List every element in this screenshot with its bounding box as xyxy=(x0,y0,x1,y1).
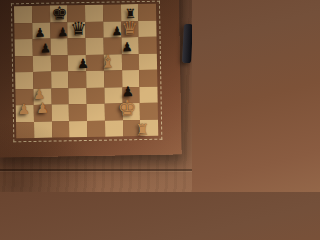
piece-white-rook-h1[interactable]: ♜ xyxy=(133,121,151,138)
piece-white-bishop-f5[interactable]: ♝ xyxy=(99,54,117,71)
square-b1[interactable] xyxy=(34,121,52,138)
square-h5[interactable] xyxy=(139,53,157,70)
square-c2[interactable] xyxy=(51,104,69,121)
square-h7[interactable] xyxy=(139,20,157,37)
square-f8[interactable] xyxy=(103,4,121,21)
piece-black-king-c8[interactable]: ♚ xyxy=(50,5,68,22)
table-plank-seam xyxy=(0,169,192,171)
square-f1[interactable] xyxy=(105,120,123,137)
square-a5[interactable] xyxy=(15,55,33,72)
square-e7[interactable] xyxy=(85,21,103,38)
piece-white-king-g2[interactable]: ♚ xyxy=(118,102,136,119)
piece-black-pawn-d5[interactable]: ♟ xyxy=(74,53,92,70)
square-a1[interactable] xyxy=(16,121,34,138)
square-a8[interactable] xyxy=(14,6,32,23)
piece-black-pawn-b7[interactable]: ♟ xyxy=(31,22,49,39)
square-c5[interactable] xyxy=(50,55,68,72)
square-a6[interactable] xyxy=(15,39,33,56)
square-d1[interactable] xyxy=(69,120,87,137)
square-d6[interactable] xyxy=(68,38,86,55)
square-e1[interactable] xyxy=(87,120,105,137)
square-a7[interactable] xyxy=(14,22,32,39)
square-b8[interactable] xyxy=(32,6,50,23)
square-d4[interactable] xyxy=(68,71,86,88)
chess-board[interactable]: ♚♜♟♟♛♟♛♟♟♟♝♟♟♟♟♚♜ xyxy=(14,4,158,138)
piece-white-pawn-b2[interactable]: ♟ xyxy=(33,99,51,116)
square-b5[interactable] xyxy=(33,55,51,72)
piece-white-queen-g7[interactable]: ♛ xyxy=(121,21,139,38)
square-c1[interactable] xyxy=(51,121,69,138)
piece-black-pawn-g6[interactable]: ♟ xyxy=(118,37,136,54)
square-h3[interactable] xyxy=(140,86,158,103)
square-e2[interactable] xyxy=(87,104,105,121)
square-h6[interactable] xyxy=(139,37,157,54)
square-c3[interactable] xyxy=(51,88,69,105)
square-e3[interactable] xyxy=(86,87,104,104)
square-h2[interactable] xyxy=(140,103,158,120)
square-h4[interactable] xyxy=(139,70,157,87)
square-d3[interactable] xyxy=(69,87,87,104)
piece-black-pawn-b6[interactable]: ♟ xyxy=(36,39,54,56)
piece-white-pawn-a2[interactable]: ♟ xyxy=(15,100,33,117)
dark-table-object xyxy=(182,24,192,63)
square-h8[interactable] xyxy=(138,4,156,21)
square-e4[interactable] xyxy=(86,71,104,88)
square-e8[interactable] xyxy=(85,5,103,22)
square-g5[interactable] xyxy=(121,54,139,71)
chess-board-frame: ♚♜♟♟♛♟♛♟♟♟♝♟♟♟♟♚♜ xyxy=(0,0,182,158)
piece-black-queen-d7[interactable]: ♛ xyxy=(70,21,88,38)
square-d2[interactable] xyxy=(69,104,87,121)
square-c4[interactable] xyxy=(51,71,69,88)
photo-scene: ♚♜♟♟♛♟♛♟♟♟♝♟♟♟♟♚♜ xyxy=(0,0,192,192)
